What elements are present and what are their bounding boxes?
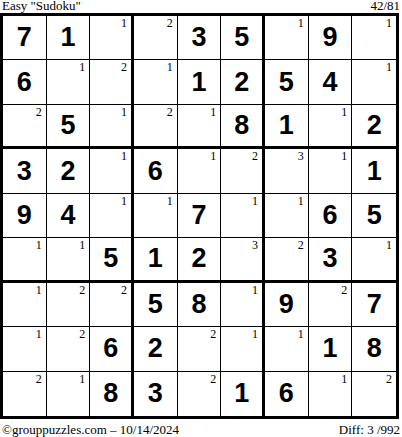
- cell-r4c4[interactable]: 6: [134, 149, 178, 193]
- given-digit: 3: [309, 238, 352, 279]
- given-digit: [90, 283, 131, 326]
- cell-r2c2[interactable]: 1: [47, 60, 91, 104]
- cell-r6c9[interactable]: 1: [352, 238, 396, 282]
- cell-r7c2[interactable]: 2: [47, 283, 91, 327]
- given-digit: [352, 16, 396, 59]
- given-digit: [221, 327, 262, 370]
- cell-r3c7[interactable]: 1: [265, 105, 309, 149]
- given-digit: 2: [178, 238, 221, 279]
- given-digit: [47, 372, 90, 416]
- cell-r3c5[interactable]: 1: [178, 105, 222, 149]
- given-digit: [221, 283, 262, 326]
- difficulty-text: Diff: 3 /992: [339, 422, 400, 437]
- cell-r8c9[interactable]: 8: [352, 327, 396, 371]
- cell-r6c6[interactable]: 3: [221, 238, 265, 282]
- cell-r8c6[interactable]: 1: [221, 327, 265, 371]
- given-digit: 8: [221, 105, 262, 146]
- cell-r8c3[interactable]: 6: [90, 327, 134, 371]
- given-digit: [134, 60, 177, 103]
- cell-r2c9[interactable]: 1: [352, 60, 396, 104]
- given-digit: [90, 105, 131, 146]
- given-digit: 1: [352, 149, 396, 192]
- cell-r4c3[interactable]: 1: [90, 149, 134, 193]
- given-digit: [3, 372, 46, 416]
- cell-r1c9[interactable]: 1: [352, 16, 396, 60]
- cell-r3c2[interactable]: 5: [47, 105, 91, 149]
- given-digit: 5: [90, 238, 131, 279]
- cell-r8c7[interactable]: 1: [265, 327, 309, 371]
- cell-r6c2[interactable]: 1: [47, 238, 91, 282]
- given-digit: 2: [134, 327, 177, 370]
- cell-r2c8[interactable]: 4: [309, 60, 353, 104]
- cell-r3c3[interactable]: 1: [90, 105, 134, 149]
- given-digit: 9: [309, 16, 352, 59]
- cell-r2c3[interactable]: 2: [90, 60, 134, 104]
- given-digit: 1: [47, 16, 90, 59]
- given-digit: [221, 149, 262, 192]
- cell-r3c9[interactable]: 2: [352, 105, 396, 149]
- cell-r2c6[interactable]: 2: [221, 60, 265, 104]
- given-digit: 6: [265, 372, 308, 416]
- cell-r5c9[interactable]: 5: [352, 194, 396, 238]
- puzzle-title: Easy "Sudoku": [2, 0, 81, 13]
- given-digit: 8: [352, 327, 396, 370]
- cell-r4c1[interactable]: 3: [3, 149, 47, 193]
- given-digit: [3, 105, 46, 146]
- cell-r9c6[interactable]: 1: [221, 372, 265, 416]
- cell-r2c4[interactable]: 1: [134, 60, 178, 104]
- given-digit: 6: [134, 149, 177, 192]
- cell-r7c9[interactable]: 7: [352, 283, 396, 327]
- given-digit: 7: [352, 283, 396, 326]
- given-digit: [178, 327, 221, 370]
- cell-r5c2[interactable]: 4: [47, 194, 91, 238]
- cell-r6c5[interactable]: 2: [178, 238, 222, 282]
- given-digit: 5: [352, 194, 396, 237]
- given-digit: [134, 105, 177, 146]
- cell-r9c2[interactable]: 1: [47, 372, 91, 416]
- sudoku-board: 7112351916121125412512181123216123119411…: [0, 13, 399, 419]
- given-digit: [134, 194, 177, 237]
- cell-r2c7[interactable]: 5: [265, 60, 309, 104]
- given-digit: [47, 238, 90, 279]
- cell-r1c3[interactable]: 1: [90, 16, 134, 60]
- given-digit: 3: [134, 372, 177, 416]
- given-digit: 1: [178, 60, 221, 103]
- footer: ©grouppuzzles.com – 10/14/2024 Diff: 3 /…: [2, 421, 400, 437]
- given-digit: [265, 149, 308, 192]
- given-digit: 3: [3, 149, 46, 192]
- given-digit: 7: [3, 16, 46, 59]
- cell-r9c7[interactable]: 6: [265, 372, 309, 416]
- given-digit: 2: [352, 105, 396, 146]
- given-digit: [309, 149, 352, 192]
- cell-r5c3[interactable]: 1: [90, 194, 134, 238]
- given-digit: [309, 105, 352, 146]
- given-digit: [221, 238, 262, 279]
- cell-r7c5[interactable]: 8: [178, 283, 222, 327]
- given-digit: [352, 372, 396, 416]
- cell-r2c5[interactable]: 1: [178, 60, 222, 104]
- given-digit: [265, 327, 308, 370]
- cell-r7c4[interactable]: 5: [134, 283, 178, 327]
- given-digit: [352, 60, 396, 103]
- given-digit: [178, 149, 221, 192]
- given-digit: [47, 327, 90, 370]
- given-digit: 6: [3, 60, 46, 103]
- puzzle-number: 42/81: [370, 0, 400, 13]
- given-digit: [309, 372, 352, 416]
- given-digit: 3: [178, 16, 221, 59]
- given-digit: 9: [3, 194, 46, 237]
- cell-r8c8[interactable]: 1: [309, 327, 353, 371]
- given-digit: 8: [90, 372, 131, 416]
- cell-r9c5[interactable]: 2: [178, 372, 222, 416]
- cell-r9c8[interactable]: 1: [309, 372, 353, 416]
- cell-r1c5[interactable]: 3: [178, 16, 222, 60]
- given-digit: [265, 16, 308, 59]
- given-digit: [90, 194, 131, 237]
- given-digit: [178, 105, 221, 146]
- sudoku-page: Easy "Sudoku" 42/81 71123519161211254125…: [0, 0, 402, 437]
- cell-r4c5[interactable]: 1: [178, 149, 222, 193]
- given-digit: [47, 283, 90, 326]
- given-digit: [178, 372, 221, 416]
- cell-r5c8[interactable]: 6: [309, 194, 353, 238]
- given-digit: 9: [265, 283, 308, 326]
- cell-r5c7[interactable]: 1: [265, 194, 309, 238]
- cell-r4c7[interactable]: 3: [265, 149, 309, 193]
- cell-r7c7[interactable]: 9: [265, 283, 309, 327]
- given-digit: 4: [47, 194, 90, 237]
- cell-r7c3[interactable]: 2: [90, 283, 134, 327]
- given-digit: 2: [47, 149, 90, 192]
- cell-r6c1[interactable]: 1: [3, 238, 47, 282]
- given-digit: 1: [134, 238, 177, 279]
- given-digit: [265, 238, 308, 279]
- cell-r4c6[interactable]: 2: [221, 149, 265, 193]
- given-digit: 8: [178, 283, 221, 326]
- given-digit: [3, 238, 46, 279]
- cell-r1c6[interactable]: 5: [221, 16, 265, 60]
- cell-r3c1[interactable]: 2: [3, 105, 47, 149]
- cell-r6c3[interactable]: 5: [90, 238, 134, 282]
- cell-r3c4[interactable]: 2: [134, 105, 178, 149]
- given-digit: 5: [265, 60, 308, 103]
- given-digit: [3, 327, 46, 370]
- given-digit: [265, 194, 308, 237]
- cell-r7c1[interactable]: 1: [3, 283, 47, 327]
- given-digit: 5: [221, 16, 262, 59]
- given-digit: 1: [221, 372, 262, 416]
- given-digit: 6: [309, 194, 352, 237]
- cell-r3c8[interactable]: 1: [309, 105, 353, 149]
- cell-r4c8[interactable]: 1: [309, 149, 353, 193]
- given-digit: [134, 16, 177, 59]
- cell-r3c6[interactable]: 8: [221, 105, 265, 149]
- given-digit: 7: [178, 194, 221, 237]
- cell-r6c8[interactable]: 3: [309, 238, 353, 282]
- given-digit: 5: [134, 283, 177, 326]
- cell-r2c1[interactable]: 6: [3, 60, 47, 104]
- given-digit: 1: [265, 105, 308, 146]
- cell-r8c4[interactable]: 2: [134, 327, 178, 371]
- given-digit: [90, 149, 131, 192]
- cell-r4c2[interactable]: 2: [47, 149, 91, 193]
- given-digit: [3, 283, 46, 326]
- cell-r9c1[interactable]: 2: [3, 372, 47, 416]
- given-digit: [352, 238, 396, 279]
- given-digit: [90, 16, 131, 59]
- cell-r8c2[interactable]: 2: [47, 327, 91, 371]
- cell-r9c4[interactable]: 3: [134, 372, 178, 416]
- cell-r6c7[interactable]: 2: [265, 238, 309, 282]
- cell-r1c1[interactable]: 7: [3, 16, 47, 60]
- given-digit: 1: [309, 327, 352, 370]
- given-digit: [47, 60, 90, 103]
- header: Easy "Sudoku" 42/81: [2, 0, 400, 13]
- cell-r6c4[interactable]: 1: [134, 238, 178, 282]
- cell-r8c1[interactable]: 1: [3, 327, 47, 371]
- cell-r7c8[interactable]: 2: [309, 283, 353, 327]
- cell-r5c4[interactable]: 1: [134, 194, 178, 238]
- given-digit: 2: [221, 60, 262, 103]
- cell-r1c7[interactable]: 1: [265, 16, 309, 60]
- given-digit: 6: [90, 327, 131, 370]
- cell-r5c1[interactable]: 9: [3, 194, 47, 238]
- cell-r1c2[interactable]: 1: [47, 16, 91, 60]
- cell-r5c5[interactable]: 7: [178, 194, 222, 238]
- cell-r5c6[interactable]: 1: [221, 194, 265, 238]
- cell-r4c9[interactable]: 1: [352, 149, 396, 193]
- given-digit: [309, 283, 352, 326]
- cell-r9c9[interactable]: 2: [352, 372, 396, 416]
- cell-r9c3[interactable]: 8: [90, 372, 134, 416]
- cell-r1c8[interactable]: 9: [309, 16, 353, 60]
- cell-r8c5[interactable]: 2: [178, 327, 222, 371]
- cell-r1c4[interactable]: 2: [134, 16, 178, 60]
- given-digit: [90, 60, 131, 103]
- given-digit: 4: [309, 60, 352, 103]
- copyright-text: ©grouppuzzles.com – 10/14/2024: [2, 422, 179, 437]
- given-digit: 5: [47, 105, 90, 146]
- cell-r7c6[interactable]: 1: [221, 283, 265, 327]
- given-digit: [221, 194, 262, 237]
